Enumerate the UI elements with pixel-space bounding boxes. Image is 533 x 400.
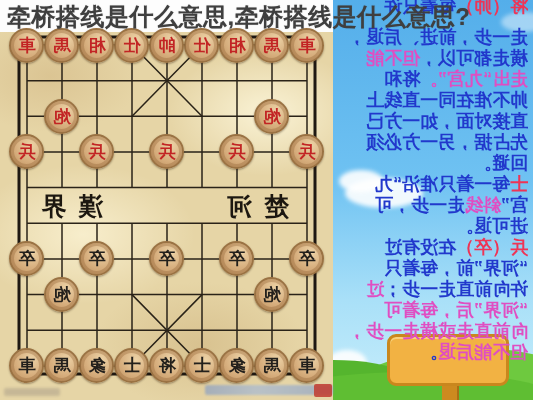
- board-grid: 楚河 漢界: [0, 32, 333, 400]
- rules-line: 回避。: [474, 153, 528, 174]
- rules-line: “河界”前，每着只: [384, 258, 528, 279]
- rules-line: 宫”斜线走一步，可: [375, 195, 528, 216]
- rules-line: “河界”后，每着可: [384, 300, 528, 321]
- rules-line: 兵（卒）在没有过: [384, 237, 528, 258]
- rules-line: 直接对面，如一方已: [366, 111, 528, 132]
- rules-line: 进可退。: [456, 216, 528, 237]
- rules-text: 将（帅）每着只许走一步，前进、后退，横走都可以，但不能走出“九宫”。将和帅不准在…: [334, 0, 528, 400]
- river-label-chu-he: 楚河: [215, 192, 290, 221]
- rules-line: 许向前直走一步；过: [366, 279, 528, 300]
- watermark-logo: [314, 384, 332, 397]
- rules-line: 先占据，另一方必须: [366, 132, 528, 153]
- screenshot: 将（帅）每着只许走一步，前进、后退，横走都可以，但不能走出“九宫”。将和帅不准在…: [0, 0, 533, 400]
- rules-line: 走出“九宫”。将和: [384, 69, 528, 90]
- rules-line: 向前直走或横走一步，: [348, 321, 528, 342]
- rules-line: 士每一着只准沿“九: [375, 174, 528, 195]
- rules-line: 但不能后退。: [420, 342, 528, 363]
- watermark-small: [4, 388, 60, 396]
- xiangqi-board[interactable]: 楚河 漢界 車馬相仕帥仕相馬車炮炮兵兵兵兵兵卒卒卒卒卒炮炮車馬象士将士象馬車: [0, 32, 333, 400]
- mirrored-scene: 将（帅）每着只许走一步，前进、后退，横走都可以，但不能走出“九宫”。将和帅不准在…: [0, 0, 533, 400]
- river-label-han-jie: 漢界: [29, 192, 104, 221]
- rules-panel: 将（帅）每着只许走一步，前进、后退，横走都可以，但不能走出“九宫”。将和帅不准在…: [333, 0, 533, 400]
- rules-line: 横走都可以，但不能: [366, 48, 528, 69]
- page-title: 牵桥搭线是什么意思,牵桥搭线是什么意思?: [7, 1, 527, 33]
- rules-line: 帅不准在同一直线上: [366, 90, 528, 111]
